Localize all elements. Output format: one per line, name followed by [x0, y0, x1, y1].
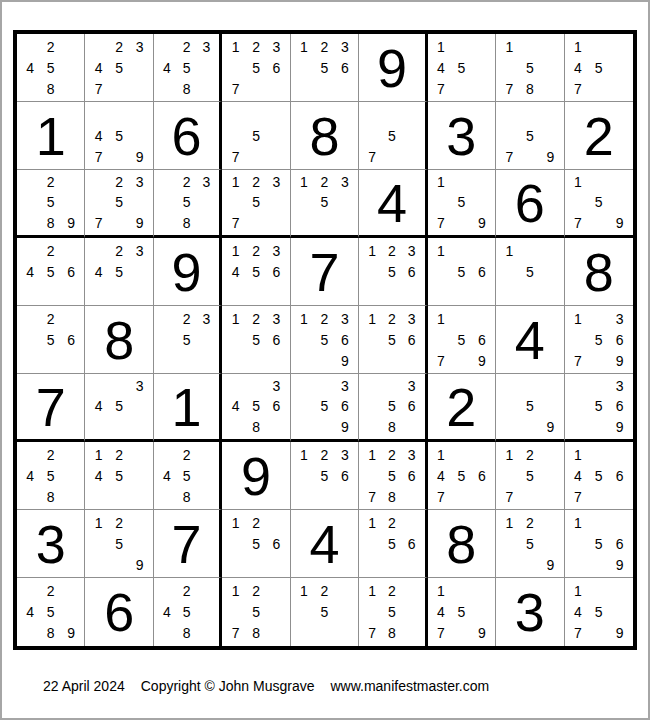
pencil-mark-5: 5 [177, 329, 197, 350]
pencil-mark-5: 5 [109, 465, 129, 486]
pencil-mark-3: 3 [335, 376, 355, 396]
pencil-mark-2: 2 [109, 444, 129, 465]
cell-r7c7[interactable]: 14567 [428, 442, 496, 510]
pencil-marks: 1245 [85, 442, 152, 509]
given-digit: 6 [104, 585, 134, 639]
cell-r6c7[interactable]: 2 [428, 374, 496, 442]
pencil-mark-3: 3 [402, 376, 422, 396]
pencil-mark-4: 4 [568, 57, 589, 78]
pencil-mark-2: 2 [40, 172, 60, 192]
cell-r7c8[interactable]: 1257 [496, 442, 564, 510]
pencil-mark-1: 1 [88, 512, 108, 533]
pencil-mark-7: 7 [568, 486, 589, 507]
pencil-mark-6: 6 [266, 261, 286, 282]
pencil-mark-5: 5 [109, 192, 129, 212]
pencil-mark-1: 1 [294, 172, 314, 192]
pencil-mark-9: 9 [129, 213, 149, 233]
pencil-mark-3: 3 [266, 308, 286, 329]
pencil-mark-5: 5 [382, 465, 402, 486]
pencil-mark-6: 6 [61, 261, 81, 282]
cell-r7c1[interactable]: 2458 [17, 442, 85, 510]
pencil-mark-5: 5 [520, 261, 540, 282]
pencil-mark-6: 6 [472, 465, 492, 486]
pencil-marks: 12578 [222, 578, 289, 646]
cell-r8c7[interactable]: 8 [428, 510, 496, 578]
pencil-mark-1: 1 [362, 308, 382, 329]
pencil-mark-5: 5 [588, 57, 609, 78]
pencil-mark-8: 8 [177, 486, 197, 507]
pencil-marks: 256 [17, 306, 84, 373]
pencil-mark-3: 3 [266, 376, 286, 396]
pencil-mark-7: 7 [88, 146, 108, 167]
pencil-marks: 2589 [17, 170, 84, 235]
pencil-mark-3: 3 [266, 240, 286, 261]
pencil-marks: 235 [154, 306, 219, 373]
pencil-mark-8: 8 [520, 78, 540, 99]
pencil-mark-3: 3 [609, 308, 630, 329]
cell-r2c8[interactable]: 579 [496, 102, 564, 170]
cell-r8c2[interactable]: 1259 [85, 510, 153, 578]
cell-r9c3[interactable]: 2458 [154, 578, 222, 646]
pencil-mark-2: 2 [314, 580, 334, 601]
pencil-mark-4: 4 [225, 261, 245, 282]
pencil-marks: 12356 [359, 306, 424, 373]
pencil-mark-5: 5 [246, 601, 266, 622]
cell-r9c2[interactable]: 6 [85, 578, 153, 646]
cell-r7c3[interactable]: 2458 [154, 442, 222, 510]
pencil-mark-9: 9 [540, 417, 560, 437]
pencil-marks: 12357 [222, 170, 289, 235]
cell-r6c3[interactable]: 1 [154, 374, 222, 442]
pencil-mark-1: 1 [431, 308, 451, 329]
pencil-mark-5: 5 [588, 601, 609, 622]
pencil-mark-9: 9 [129, 554, 149, 575]
pencil-mark-7: 7 [431, 213, 451, 233]
pencil-marks: 1235 [291, 170, 358, 235]
cell-r1c7[interactable]: 1457 [428, 34, 496, 102]
pencil-mark-5: 5 [382, 533, 402, 554]
cell-r1c9[interactable]: 1457 [565, 34, 633, 102]
pencil-mark-7: 7 [499, 78, 519, 99]
pencil-mark-3: 3 [197, 308, 217, 329]
pencil-mark-5: 5 [177, 465, 197, 486]
pencil-marks: 34568 [222, 374, 289, 439]
cell-r3c4[interactable]: 12357 [222, 170, 290, 238]
cell-r1c3[interactable]: 23458 [154, 34, 222, 102]
cell-r4c2[interactable]: 2345 [85, 238, 153, 306]
pencil-marks: 23579 [85, 170, 152, 235]
cell-r7c4[interactable]: 9 [222, 442, 290, 510]
pencil-marks: 1457 [428, 34, 495, 101]
cell-r6c4[interactable]: 34568 [222, 374, 290, 442]
pencil-mark-2: 2 [382, 444, 402, 465]
pencil-mark-4: 4 [88, 396, 108, 416]
cell-r9c6[interactable]: 12578 [359, 578, 427, 646]
pencil-mark-5: 5 [451, 57, 471, 78]
pencil-mark-1: 1 [225, 580, 245, 601]
pencil-mark-6: 6 [402, 396, 422, 416]
pencil-mark-3: 3 [335, 36, 355, 57]
pencil-mark-6: 6 [266, 57, 286, 78]
cell-r4c1[interactable]: 2456 [17, 238, 85, 306]
cell-r1c5[interactable]: 12356 [291, 34, 359, 102]
cell-r8c6[interactable]: 1256 [359, 510, 427, 578]
cell-r1c1[interactable]: 2458 [17, 34, 85, 102]
given-digit: 2 [584, 109, 614, 163]
pencil-mark-8: 8 [40, 213, 60, 233]
cell-r3c3[interactable]: 2358 [154, 170, 222, 238]
cell-r3c1[interactable]: 2589 [17, 170, 85, 238]
cell-r1c2[interactable]: 23457 [85, 34, 153, 102]
pencil-mark-6: 6 [609, 329, 630, 350]
cell-r9c4[interactable]: 12578 [222, 578, 290, 646]
pencil-marks: 14567 [428, 442, 495, 509]
pencil-mark-1: 1 [499, 512, 519, 533]
pencil-mark-2: 2 [314, 36, 334, 57]
pencil-mark-5: 5 [246, 192, 266, 212]
cell-r3c2[interactable]: 23579 [85, 170, 153, 238]
pencil-mark-5: 5 [314, 329, 334, 350]
pencil-mark-2: 2 [40, 240, 60, 261]
pencil-marks: 1457 [565, 34, 633, 101]
pencil-mark-5: 5 [588, 192, 609, 212]
pencil-mark-7: 7 [88, 78, 108, 99]
pencil-marks: 1259 [496, 510, 563, 577]
given-digit: 9 [241, 449, 271, 503]
pencil-marks: 57 [222, 102, 289, 169]
pencil-marks: 59 [496, 374, 563, 439]
cell-r8c4[interactable]: 1256 [222, 510, 290, 578]
pencil-mark-5: 5 [109, 261, 129, 282]
cell-r5c1[interactable]: 256 [17, 306, 85, 374]
pencil-mark-5: 5 [382, 125, 402, 146]
pencil-mark-5: 5 [40, 329, 60, 350]
pencil-mark-9: 9 [609, 554, 630, 575]
pencil-mark-4: 4 [431, 57, 451, 78]
pencil-mark-1: 1 [568, 308, 589, 329]
pencil-mark-5: 5 [246, 329, 266, 350]
cell-r9c7[interactable]: 14579 [428, 578, 496, 646]
pencil-mark-9: 9 [129, 146, 149, 167]
pencil-marks: 1259 [85, 510, 152, 577]
pencil-mark-6: 6 [266, 396, 286, 416]
given-digit: 6 [172, 109, 202, 163]
pencil-mark-1: 1 [225, 172, 245, 192]
pencil-mark-6: 6 [335, 57, 355, 78]
given-digit: 8 [309, 109, 339, 163]
pencil-mark-8: 8 [177, 213, 197, 233]
pencil-mark-4: 4 [20, 261, 40, 282]
cell-r9c8[interactable]: 3 [496, 578, 564, 646]
cell-r5c5[interactable]: 123569 [291, 306, 359, 374]
cell-r4c7[interactable]: 156 [428, 238, 496, 306]
pencil-mark-1: 1 [294, 36, 314, 57]
cell-r1c8[interactable]: 1578 [496, 34, 564, 102]
pencil-mark-9: 9 [472, 213, 492, 233]
pencil-mark-5: 5 [40, 192, 60, 212]
cell-r3c9[interactable]: 1579 [565, 170, 633, 238]
pencil-mark-4: 4 [20, 57, 40, 78]
pencil-marks: 1578 [496, 34, 563, 101]
pencil-mark-5: 5 [588, 396, 609, 416]
pencil-mark-6: 6 [609, 465, 630, 486]
pencil-mark-5: 5 [520, 396, 540, 416]
given-digit: 1 [36, 109, 66, 163]
pencil-mark-1: 1 [568, 36, 589, 57]
sudoku-board: 2458234572345812356712356914571578145714… [13, 30, 637, 650]
pencil-mark-2: 2 [109, 512, 129, 533]
pencil-mark-7: 7 [431, 78, 451, 99]
pencil-mark-3: 3 [402, 444, 422, 465]
pencil-mark-5: 5 [520, 465, 540, 486]
pencil-mark-5: 5 [588, 465, 609, 486]
cell-r4c4[interactable]: 123456 [222, 238, 290, 306]
pencil-mark-5: 5 [40, 465, 60, 486]
pencil-mark-6: 6 [61, 329, 81, 350]
pencil-marks: 156 [428, 238, 495, 305]
pencil-mark-5: 5 [520, 533, 540, 554]
cell-r5c9[interactable]: 135679 [565, 306, 633, 374]
cell-r4c5[interactable]: 7 [291, 238, 359, 306]
pencil-mark-5: 5 [314, 57, 334, 78]
pencil-mark-5: 5 [40, 601, 60, 622]
pencil-marks: 1257 [496, 442, 563, 509]
pencil-mark-5: 5 [109, 533, 129, 554]
pencil-mark-8: 8 [177, 623, 197, 644]
pencil-mark-7: 7 [568, 350, 589, 371]
cell-r4c3[interactable]: 9 [154, 238, 222, 306]
cell-r2c2[interactable]: 4579 [85, 102, 153, 170]
cell-r6c6[interactable]: 3568 [359, 374, 427, 442]
cell-r7c9[interactable]: 14567 [565, 442, 633, 510]
pencil-mark-1: 1 [362, 240, 382, 261]
pencil-mark-6: 6 [609, 533, 630, 554]
pencil-mark-1: 1 [568, 172, 589, 192]
given-digit: 7 [172, 517, 202, 571]
pencil-mark-3: 3 [129, 240, 149, 261]
pencil-mark-6: 6 [609, 396, 630, 416]
pencil-marks: 12578 [359, 578, 424, 646]
pencil-marks: 3568 [359, 374, 424, 439]
pencil-marks: 2458 [154, 442, 219, 509]
pencil-mark-5: 5 [40, 57, 60, 78]
cell-r5c4[interactable]: 12356 [222, 306, 290, 374]
pencil-marks: 12356 [359, 238, 424, 305]
pencil-marks: 12356 [291, 34, 358, 101]
cell-r3c5[interactable]: 1235 [291, 170, 359, 238]
pencil-mark-4: 4 [88, 125, 108, 146]
pencil-mark-1: 1 [431, 580, 451, 601]
cell-r5c8[interactable]: 4 [496, 306, 564, 374]
cell-r3c8[interactable]: 6 [496, 170, 564, 238]
pencil-mark-5: 5 [520, 125, 540, 146]
cell-r7c5[interactable]: 12356 [291, 442, 359, 510]
cell-r9c1[interactable]: 24589 [17, 578, 85, 646]
pencil-marks: 1569 [565, 510, 633, 577]
pencil-mark-9: 9 [609, 623, 630, 644]
pencil-marks: 2458 [17, 442, 84, 509]
pencil-marks: 2358 [154, 170, 219, 235]
footer: 22 April 2024 Copyright © John Musgrave … [43, 678, 489, 694]
pencil-mark-2: 2 [40, 580, 60, 601]
cell-r4c9[interactable]: 8 [565, 238, 633, 306]
cell-r2c4[interactable]: 57 [222, 102, 290, 170]
pencil-mark-2: 2 [520, 512, 540, 533]
footer-date: 22 April 2024 [43, 678, 125, 694]
pencil-mark-4: 4 [157, 57, 177, 78]
puzzle-page: 2458234572345812356712356914571578145714… [0, 0, 650, 720]
given-digit: 7 [36, 380, 66, 434]
pencil-mark-7: 7 [568, 78, 589, 99]
pencil-marks: 345 [85, 374, 152, 439]
given-digit: 4 [309, 517, 339, 571]
pencil-mark-1: 1 [499, 444, 519, 465]
pencil-mark-2: 2 [382, 240, 402, 261]
pencil-mark-4: 4 [88, 465, 108, 486]
pencil-mark-8: 8 [246, 417, 266, 437]
pencil-mark-1: 1 [431, 240, 451, 261]
pencil-mark-5: 5 [314, 192, 334, 212]
pencil-mark-7: 7 [431, 623, 451, 644]
cell-r4c8[interactable]: 15 [496, 238, 564, 306]
footer-website: www.manifestmaster.com [330, 678, 489, 694]
given-digit: 9 [172, 245, 202, 299]
pencil-mark-5: 5 [246, 396, 266, 416]
pencil-mark-1: 1 [362, 512, 382, 533]
cell-r2c3[interactable]: 6 [154, 102, 222, 170]
pencil-marks: 15 [496, 238, 563, 305]
pencil-mark-2: 2 [314, 444, 334, 465]
cell-r6c8[interactable]: 59 [496, 374, 564, 442]
pencil-mark-5: 5 [451, 261, 471, 282]
pencil-mark-9: 9 [540, 554, 560, 575]
pencil-marks: 123569 [291, 306, 358, 373]
cell-r2c5[interactable]: 8 [291, 102, 359, 170]
pencil-mark-3: 3 [335, 172, 355, 192]
pencil-mark-2: 2 [382, 512, 402, 533]
pencil-marks: 1256 [359, 510, 424, 577]
pencil-mark-1: 1 [499, 240, 519, 261]
pencil-mark-5: 5 [246, 125, 266, 146]
pencil-mark-6: 6 [402, 465, 422, 486]
cell-r6c1[interactable]: 7 [17, 374, 85, 442]
pencil-mark-1: 1 [362, 580, 382, 601]
cell-r8c3[interactable]: 7 [154, 510, 222, 578]
pencil-mark-5: 5 [314, 396, 334, 416]
pencil-mark-2: 2 [246, 240, 266, 261]
pencil-mark-2: 2 [246, 308, 266, 329]
cell-r5c3[interactable]: 235 [154, 306, 222, 374]
cell-r1c6[interactable]: 9 [359, 34, 427, 102]
pencil-mark-5: 5 [451, 465, 471, 486]
cell-r9c5[interactable]: 125 [291, 578, 359, 646]
cell-r6c5[interactable]: 3569 [291, 374, 359, 442]
pencil-marks: 23458 [154, 34, 219, 101]
cell-r5c7[interactable]: 15679 [428, 306, 496, 374]
pencil-mark-5: 5 [451, 192, 471, 212]
pencil-mark-6: 6 [335, 465, 355, 486]
pencil-mark-1: 1 [431, 172, 451, 192]
pencil-mark-2: 2 [109, 240, 129, 261]
pencil-mark-4: 4 [225, 396, 245, 416]
given-digit: 4 [377, 176, 407, 230]
pencil-mark-4: 4 [431, 465, 451, 486]
cell-r2c1[interactable]: 1 [17, 102, 85, 170]
pencil-marks: 1579 [428, 170, 495, 235]
pencil-mark-1: 1 [225, 512, 245, 533]
pencil-mark-2: 2 [109, 36, 129, 57]
pencil-marks: 123567 [222, 34, 289, 101]
pencil-mark-7: 7 [499, 486, 519, 507]
pencil-mark-7: 7 [225, 213, 245, 233]
pencil-mark-5: 5 [588, 533, 609, 554]
cell-r3c7[interactable]: 1579 [428, 170, 496, 238]
cell-r6c2[interactable]: 345 [85, 374, 153, 442]
pencil-mark-3: 3 [266, 36, 286, 57]
cell-r7c6[interactable]: 1235678 [359, 442, 427, 510]
cell-r1c4[interactable]: 123567 [222, 34, 290, 102]
pencil-marks: 12356 [222, 306, 289, 373]
cell-r8c1[interactable]: 3 [17, 510, 85, 578]
pencil-mark-1: 1 [362, 444, 382, 465]
pencil-mark-8: 8 [40, 623, 60, 644]
cell-r2c9[interactable]: 2 [565, 102, 633, 170]
pencil-marks: 579 [496, 102, 563, 169]
cell-r9c9[interactable]: 14579 [565, 578, 633, 646]
pencil-mark-3: 3 [197, 36, 217, 57]
pencil-mark-9: 9 [472, 350, 492, 371]
cell-r2c6[interactable]: 57 [359, 102, 427, 170]
given-digit: 3 [446, 109, 476, 163]
given-digit: 7 [309, 245, 339, 299]
pencil-marks: 2345 [85, 238, 152, 305]
pencil-mark-1: 1 [225, 240, 245, 261]
pencil-marks: 1256 [222, 510, 289, 577]
pencil-mark-2: 2 [246, 172, 266, 192]
pencil-mark-1: 1 [294, 308, 314, 329]
pencil-mark-3: 3 [266, 172, 286, 192]
cell-r2c7[interactable]: 3 [428, 102, 496, 170]
cell-r8c8[interactable]: 1259 [496, 510, 564, 578]
pencil-mark-6: 6 [472, 329, 492, 350]
pencil-marks: 23457 [85, 34, 152, 101]
cell-r6c9[interactable]: 3569 [565, 374, 633, 442]
pencil-mark-1: 1 [568, 512, 589, 533]
pencil-marks: 2456 [17, 238, 84, 305]
pencil-mark-2: 2 [177, 444, 197, 465]
cell-r8c9[interactable]: 1569 [565, 510, 633, 578]
cell-r8c5[interactable]: 4 [291, 510, 359, 578]
pencil-mark-9: 9 [609, 417, 630, 437]
cell-r5c6[interactable]: 12356 [359, 306, 427, 374]
pencil-mark-4: 4 [88, 57, 108, 78]
pencil-mark-3: 3 [402, 308, 422, 329]
pencil-marks: 14567 [565, 442, 633, 509]
pencil-mark-3: 3 [197, 172, 217, 192]
given-digit: 3 [36, 517, 66, 571]
pencil-mark-9: 9 [61, 623, 81, 644]
pencil-marks: 15679 [428, 306, 495, 373]
cell-r7c2[interactable]: 1245 [85, 442, 153, 510]
pencil-mark-6: 6 [266, 533, 286, 554]
pencil-mark-5: 5 [109, 125, 129, 146]
cell-r5c2[interactable]: 8 [85, 306, 153, 374]
pencil-mark-5: 5 [314, 465, 334, 486]
pencil-mark-5: 5 [177, 601, 197, 622]
cell-r3c6[interactable]: 4 [359, 170, 427, 238]
pencil-mark-2: 2 [177, 172, 197, 192]
cell-r4c6[interactable]: 12356 [359, 238, 427, 306]
